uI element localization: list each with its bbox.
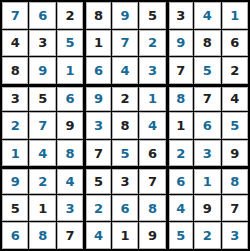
sudoku-cell[interactable]: 2 — [29, 167, 55, 194]
sudoku-cell[interactable]: 9 — [84, 85, 110, 112]
sudoku-cell[interactable]: 6 — [29, 2, 55, 29]
sudoku-cell[interactable]: 1 — [112, 222, 138, 249]
sudoku-cell[interactable]: 7 — [112, 30, 138, 57]
sudoku-cell[interactable]: 7 — [2, 2, 28, 29]
sudoku-cell[interactable]: 3 — [194, 140, 220, 167]
sudoku-cell[interactable]: 1 — [139, 85, 165, 112]
sudoku-cell[interactable]: 5 — [29, 85, 55, 112]
sudoku-cell[interactable]: 8 — [112, 112, 138, 139]
sudoku-cell[interactable]: 2 — [222, 57, 248, 84]
sudoku-cell[interactable]: 6 — [2, 222, 28, 249]
sudoku-cell[interactable]: 2 — [57, 2, 83, 29]
sudoku-cell[interactable]: 7 — [167, 57, 193, 84]
sudoku-cell[interactable]: 7 — [84, 140, 110, 167]
sudoku-cell[interactable]: 6 — [194, 112, 220, 139]
sudoku-cell[interactable]: 4 — [222, 85, 248, 112]
sudoku-cell[interactable]: 9 — [194, 195, 220, 222]
sudoku-cell[interactable]: 8 — [29, 222, 55, 249]
sudoku-cell[interactable]: 4 — [167, 195, 193, 222]
sudoku-cell[interactable]: 9 — [2, 167, 28, 194]
sudoku-cell[interactable]: 2 — [167, 140, 193, 167]
sudoku-cell[interactable]: 8 — [2, 57, 28, 84]
sudoku-cell[interactable]: 6 — [57, 85, 83, 112]
sudoku-cell[interactable]: 3 — [57, 195, 83, 222]
sudoku-cell[interactable]: 9 — [112, 2, 138, 29]
sudoku-cell[interactable]: 5 — [112, 140, 138, 167]
sudoku-cell[interactable]: 9 — [57, 112, 83, 139]
sudoku-cell[interactable]: 8 — [84, 2, 110, 29]
sudoku-cell[interactable]: 6 — [167, 167, 193, 194]
sudoku-cell[interactable]: 4 — [2, 30, 28, 57]
sudoku-cell[interactable]: 7 — [139, 167, 165, 194]
sudoku-cell[interactable]: 8 — [167, 85, 193, 112]
sudoku-cell[interactable]: 9 — [167, 30, 193, 57]
sudoku-cell[interactable]: 7 — [194, 85, 220, 112]
sudoku-cell[interactable]: 4 — [57, 167, 83, 194]
sudoku-cell[interactable]: 5 — [84, 167, 110, 194]
sudoku-cell[interactable]: 3 — [222, 222, 248, 249]
sudoku-board: 7628953414351729868916437523569218742793… — [0, 0, 250, 251]
sudoku-cell[interactable]: 4 — [84, 222, 110, 249]
sudoku-cell[interactable]: 9 — [29, 57, 55, 84]
sudoku-cell[interactable]: 1 — [57, 57, 83, 84]
sudoku-cell[interactable]: 5 — [222, 112, 248, 139]
sudoku-cell[interactable]: 2 — [194, 222, 220, 249]
sudoku-cell[interactable]: 3 — [139, 57, 165, 84]
sudoku-cell[interactable]: 5 — [2, 195, 28, 222]
sudoku-cell[interactable]: 6 — [139, 140, 165, 167]
sudoku-cell[interactable]: 9 — [139, 222, 165, 249]
sudoku-cell[interactable]: 1 — [167, 112, 193, 139]
sudoku-cell[interactable]: 3 — [112, 167, 138, 194]
sudoku-cell[interactable]: 7 — [57, 222, 83, 249]
sudoku-cell[interactable]: 6 — [84, 57, 110, 84]
sudoku-cell[interactable]: 1 — [194, 167, 220, 194]
sudoku-cell[interactable]: 5 — [57, 30, 83, 57]
sudoku-cell[interactable]: 7 — [29, 112, 55, 139]
sudoku-cell[interactable]: 1 — [222, 2, 248, 29]
sudoku-cell[interactable]: 7 — [222, 195, 248, 222]
sudoku-cell[interactable]: 5 — [167, 222, 193, 249]
sudoku-cell[interactable]: 9 — [222, 140, 248, 167]
sudoku-cell[interactable]: 1 — [29, 195, 55, 222]
sudoku-cell[interactable]: 4 — [29, 140, 55, 167]
sudoku-cell[interactable]: 5 — [139, 2, 165, 29]
sudoku-cell[interactable]: 2 — [84, 195, 110, 222]
sudoku-cell[interactable]: 1 — [2, 140, 28, 167]
sudoku-cell[interactable]: 2 — [2, 112, 28, 139]
sudoku-cell[interactable]: 4 — [112, 57, 138, 84]
sudoku-cell[interactable]: 3 — [84, 112, 110, 139]
sudoku-cell[interactable]: 8 — [57, 140, 83, 167]
sudoku-cell[interactable]: 8 — [194, 30, 220, 57]
sudoku-cell[interactable]: 3 — [167, 2, 193, 29]
sudoku-cell[interactable]: 8 — [222, 167, 248, 194]
sudoku-cell[interactable]: 6 — [222, 30, 248, 57]
sudoku-cell[interactable]: 8 — [139, 195, 165, 222]
sudoku-cell[interactable]: 4 — [139, 112, 165, 139]
sudoku-cell[interactable]: 3 — [29, 30, 55, 57]
sudoku-cell[interactable]: 2 — [112, 85, 138, 112]
sudoku-cell[interactable]: 3 — [2, 85, 28, 112]
sudoku-cell[interactable]: 2 — [139, 30, 165, 57]
sudoku-cell[interactable]: 4 — [194, 2, 220, 29]
sudoku-cell[interactable]: 5 — [194, 57, 220, 84]
sudoku-cell[interactable]: 6 — [112, 195, 138, 222]
sudoku-cell[interactable]: 1 — [84, 30, 110, 57]
